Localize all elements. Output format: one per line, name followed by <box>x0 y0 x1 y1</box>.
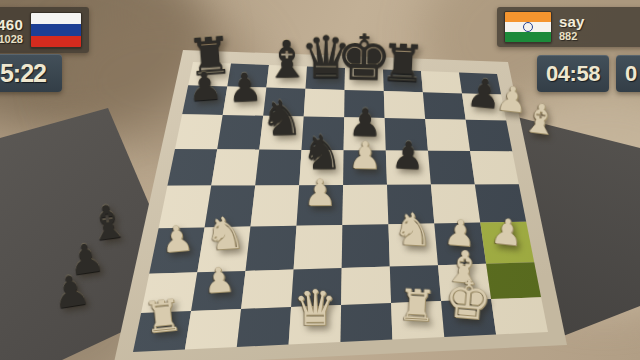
game-screen: ♜♝♛♚♜♟♟♟♞♟♞♟♟♟♟♞♞♟♟♟♝♜♛♜♚♝♟♟♟♝ yer-460 1… <box>0 0 640 360</box>
piece-white-rook-f1[interactable]: ♜ <box>397 283 438 328</box>
piece-white-pawn-h3[interactable]: ♟ <box>489 212 524 250</box>
player-banner-black: say 882 <box>497 7 640 47</box>
piece-white-pawn-a3[interactable]: ♟ <box>160 220 195 258</box>
india-flag-icon <box>504 11 552 43</box>
player-name-white: yer-460 <box>0 16 23 33</box>
piece-white-rook-a1[interactable]: ♜ <box>141 294 184 341</box>
russia-flag-icon <box>30 12 82 48</box>
player-banner-white: yer-460 1028 <box>0 7 89 53</box>
piece-white-pawn-b2[interactable]: ♟ <box>202 262 235 298</box>
player-rating-black: 882 <box>559 30 577 42</box>
player-rating-white: 1028 <box>0 33 23 45</box>
piece-black-knight-d5[interactable]: ♞ <box>301 128 343 175</box>
piece-white-pawn-e5[interactable]: ♟ <box>348 137 382 175</box>
captured-black-pawn: ♟ <box>49 268 93 315</box>
piece-white-pawn-d4[interactable]: ♟ <box>304 175 337 211</box>
piece-black-rook-f8[interactable]: ♜ <box>379 37 427 90</box>
piece-white-knight-b3[interactable]: ♞ <box>203 211 246 258</box>
piece-black-pawn-b7[interactable]: ♟ <box>227 68 264 109</box>
clock-black: 04:58 <box>537 55 609 92</box>
piece-black-pawn-f5[interactable]: ♟ <box>390 136 425 175</box>
captured-white-bishop: ♝ <box>520 97 561 141</box>
clock-white: 5:22 <box>0 54 62 92</box>
piece-white-knight-f3[interactable]: ♞ <box>392 207 434 253</box>
piece-black-pawn-a7[interactable]: ♟ <box>186 67 224 108</box>
piece-white-queen-d1[interactable]: ♛ <box>293 283 337 332</box>
piece-white-king-g1[interactable]: ♚ <box>443 272 494 328</box>
ashoka-chakra-icon <box>523 22 533 32</box>
piece-black-knight-c6[interactable]: ♞ <box>260 93 305 142</box>
player-name-black: say <box>559 13 585 30</box>
clock-black-secondary: 0 <box>616 55 640 92</box>
